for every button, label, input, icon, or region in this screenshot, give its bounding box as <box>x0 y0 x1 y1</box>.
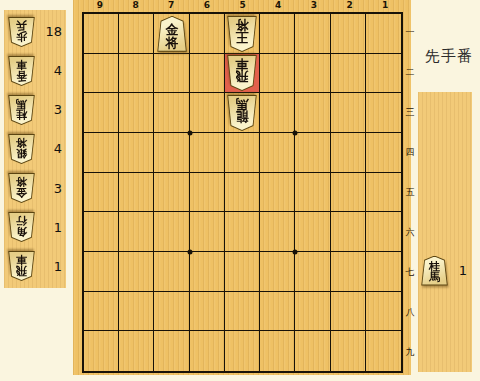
square-99[interactable] <box>84 331 119 371</box>
square-63[interactable] <box>190 93 225 133</box>
square-87[interactable] <box>119 252 154 292</box>
sente-hand-stand: 桂馬1 <box>418 92 472 372</box>
square-75[interactable] <box>154 173 189 213</box>
square-16[interactable] <box>366 212 401 252</box>
square-23[interactable] <box>331 93 366 133</box>
piece-kanji: 金将 <box>8 173 35 203</box>
gote-hand-silver[interactable]: 銀将4 <box>4 130 66 167</box>
piece-kanji: 王将 <box>227 16 257 52</box>
rank-label: 二 <box>404 52 416 92</box>
rank-label: 五 <box>404 172 416 212</box>
gote-hand-knight[interactable]: 桂馬3 <box>4 91 66 128</box>
square-66[interactable] <box>190 212 225 252</box>
piece-slot-52[interactable]: 飛車 <box>225 54 260 94</box>
square-77[interactable] <box>154 252 189 292</box>
piece-slot-51[interactable]: 王将 <box>225 14 260 54</box>
file-label: 9 <box>82 0 118 11</box>
gote-hand-gold[interactable]: 金将3 <box>4 170 66 207</box>
square-67[interactable] <box>190 252 225 292</box>
rank-label: 四 <box>404 132 416 172</box>
square-31[interactable] <box>295 14 330 54</box>
square-54[interactable] <box>225 133 260 173</box>
square-24[interactable] <box>331 133 366 173</box>
sente-hand-knight[interactable]: 桂馬1 <box>418 252 472 289</box>
square-91[interactable] <box>84 14 119 54</box>
square-89[interactable] <box>119 331 154 371</box>
square-84[interactable] <box>119 133 154 173</box>
square-28[interactable] <box>331 292 366 332</box>
square-35[interactable] <box>295 173 330 213</box>
square-33[interactable] <box>295 93 330 133</box>
hand-count: 4 <box>54 141 62 156</box>
square-45[interactable] <box>260 173 295 213</box>
square-29[interactable] <box>331 331 366 371</box>
square-25[interactable] <box>331 173 366 213</box>
square-32[interactable] <box>295 54 330 94</box>
rank-label: 三 <box>404 92 416 132</box>
square-73[interactable] <box>154 93 189 133</box>
square-85[interactable] <box>119 173 154 213</box>
square-18[interactable] <box>366 292 401 332</box>
square-79[interactable] <box>154 331 189 371</box>
square-69[interactable] <box>190 331 225 371</box>
square-27[interactable] <box>331 252 366 292</box>
square-49[interactable] <box>260 331 295 371</box>
shogi-piece[interactable]: 龍馬 <box>227 95 257 131</box>
square-41[interactable] <box>260 14 295 54</box>
square-13[interactable] <box>366 93 401 133</box>
square-47[interactable] <box>260 252 295 292</box>
square-88[interactable] <box>119 292 154 332</box>
square-19[interactable] <box>366 331 401 371</box>
rank-label: 八 <box>404 293 416 333</box>
file-label: 6 <box>189 0 225 11</box>
square-22[interactable] <box>331 54 366 94</box>
square-21[interactable] <box>331 14 366 54</box>
square-14[interactable] <box>366 133 401 173</box>
piece-kanji: 飛車 <box>8 251 35 281</box>
piece-kanji: 桂馬 <box>421 256 448 286</box>
square-82[interactable] <box>119 54 154 94</box>
hand-count: 1 <box>54 259 62 274</box>
star-point <box>293 250 298 255</box>
square-94[interactable] <box>84 133 119 173</box>
square-42[interactable] <box>260 54 295 94</box>
piece-slot-53[interactable]: 龍馬 <box>225 93 260 133</box>
shogi-board: 金将王将飛車龍馬 <box>82 12 403 373</box>
star-point <box>187 130 192 135</box>
square-56[interactable] <box>225 212 260 252</box>
shogi-app: { "game": "shogi", "labels": { "turn": "… <box>0 0 480 381</box>
gote-hand-pawn[interactable]: 歩兵18 <box>4 13 66 50</box>
square-93[interactable] <box>84 93 119 133</box>
shogi-piece[interactable]: 銀将 <box>8 134 35 164</box>
shogi-piece[interactable]: 金将 <box>8 173 35 203</box>
square-62[interactable] <box>190 54 225 94</box>
square-46[interactable] <box>260 212 295 252</box>
square-61[interactable] <box>190 14 225 54</box>
file-labels: 987654321 <box>82 0 403 11</box>
file-label: 4 <box>260 0 296 11</box>
piece-kanji: 香車 <box>8 56 35 86</box>
rank-labels: 一二三四五六七八九 <box>404 12 416 373</box>
hand-count: 4 <box>54 63 62 78</box>
square-34[interactable] <box>295 133 330 173</box>
square-38[interactable] <box>295 292 330 332</box>
piece-kanji: 角行 <box>8 212 35 242</box>
square-64[interactable] <box>190 133 225 173</box>
square-17[interactable] <box>366 252 401 292</box>
square-97[interactable] <box>84 252 119 292</box>
gote-hand-bishop[interactable]: 角行1 <box>4 209 66 246</box>
gote-hand-rook[interactable]: 飛車1 <box>4 248 66 285</box>
rank-label: 七 <box>404 253 416 293</box>
hand-count: 18 <box>45 24 62 39</box>
shogi-piece[interactable]: 飛車 <box>8 251 35 281</box>
file-label: 2 <box>332 0 368 11</box>
square-92[interactable] <box>84 54 119 94</box>
square-95[interactable] <box>84 173 119 213</box>
file-label: 3 <box>296 0 332 11</box>
hand-count: 1 <box>459 263 467 278</box>
shogi-piece[interactable]: 飛車 <box>227 55 257 91</box>
square-76[interactable] <box>154 212 189 252</box>
square-74[interactable] <box>154 133 189 173</box>
shogi-piece[interactable]: 桂馬 <box>8 95 35 125</box>
hand-count: 3 <box>54 102 62 117</box>
square-58[interactable] <box>225 292 260 332</box>
square-83[interactable] <box>119 93 154 133</box>
piece-kanji: 銀将 <box>8 134 35 164</box>
rank-label: 九 <box>404 333 416 373</box>
file-label: 1 <box>367 0 403 11</box>
shogi-piece[interactable]: 王将 <box>227 16 257 52</box>
square-68[interactable] <box>190 292 225 332</box>
shogi-piece[interactable]: 香車 <box>8 56 35 86</box>
hand-count: 1 <box>54 220 62 235</box>
square-37[interactable] <box>295 252 330 292</box>
shogi-piece[interactable]: 歩兵 <box>8 17 35 47</box>
square-26[interactable] <box>331 212 366 252</box>
square-72[interactable] <box>154 54 189 94</box>
square-36[interactable] <box>295 212 330 252</box>
piece-kanji: 龍馬 <box>227 95 257 131</box>
file-label: 7 <box>153 0 189 11</box>
square-59[interactable] <box>225 331 260 371</box>
square-15[interactable] <box>366 173 401 213</box>
piece-kanji: 飛車 <box>227 55 257 91</box>
board-panel: 987654321 金将王将飛車龍馬 一二三四五六七八九 <box>73 0 411 375</box>
shogi-piece[interactable]: 角行 <box>8 212 35 242</box>
square-65[interactable] <box>190 173 225 213</box>
square-57[interactable] <box>225 252 260 292</box>
file-label: 8 <box>118 0 154 11</box>
rank-label: 一 <box>404 12 416 52</box>
square-43[interactable] <box>260 93 295 133</box>
piece-kanji: 歩兵 <box>8 17 35 47</box>
star-point <box>187 250 192 255</box>
rank-label: 六 <box>404 213 416 253</box>
piece-slot-71[interactable]: 金将 <box>154 14 189 54</box>
square-86[interactable] <box>119 212 154 252</box>
turn-indicator: 先手番 <box>420 47 478 66</box>
sente-hand-list: 桂馬1 <box>418 252 472 289</box>
shogi-piece[interactable]: 桂馬 <box>421 256 448 286</box>
square-96[interactable] <box>84 212 119 252</box>
square-48[interactable] <box>260 292 295 332</box>
hand-count: 3 <box>54 181 62 196</box>
file-label: 5 <box>225 0 261 11</box>
square-55[interactable] <box>225 173 260 213</box>
square-44[interactable] <box>260 133 295 173</box>
piece-kanji: 桂馬 <box>8 95 35 125</box>
square-81[interactable] <box>119 14 154 54</box>
star-point <box>293 130 298 135</box>
gote-hand-stand: 歩兵18香車4桂馬3銀将4金将3角行1飛車1 <box>4 10 66 288</box>
square-78[interactable] <box>154 292 189 332</box>
shogi-piece[interactable]: 金将 <box>157 16 187 52</box>
piece-kanji: 金将 <box>157 16 187 52</box>
square-12[interactable] <box>366 54 401 94</box>
gote-hand-lance[interactable]: 香車4 <box>4 52 66 89</box>
square-98[interactable] <box>84 292 119 332</box>
square-11[interactable] <box>366 14 401 54</box>
square-39[interactable] <box>295 331 330 371</box>
